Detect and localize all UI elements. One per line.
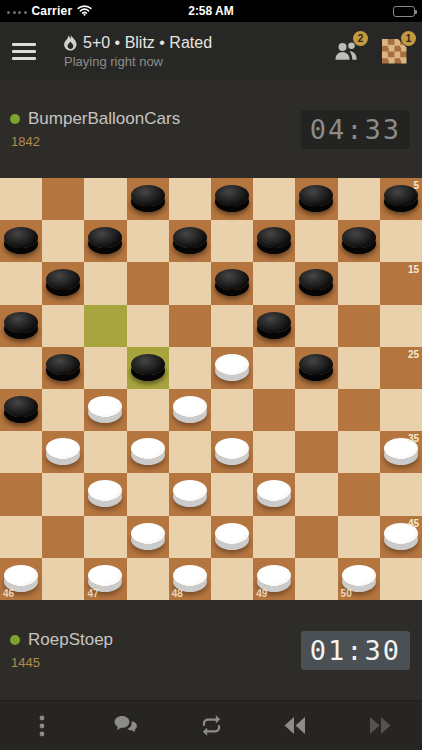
black-man[interactable] xyxy=(342,227,376,248)
game-title: 5+0 • Blitz • Rated xyxy=(83,34,212,52)
light-square xyxy=(211,305,253,347)
online-status-icon xyxy=(10,635,20,645)
games-button[interactable]: 1 xyxy=(378,35,410,67)
forward-button[interactable] xyxy=(338,701,422,750)
square-10[interactable] xyxy=(338,220,380,262)
square-23[interactable] xyxy=(211,347,253,389)
light-square xyxy=(338,516,380,558)
square-50[interactable]: 50 xyxy=(338,558,380,600)
square-48[interactable]: 48 xyxy=(169,558,211,600)
light-square xyxy=(295,473,337,515)
white-man[interactable] xyxy=(46,438,80,459)
black-man[interactable] xyxy=(131,354,165,375)
light-square xyxy=(169,347,211,389)
black-man[interactable] xyxy=(131,185,165,206)
light-square xyxy=(253,516,295,558)
light-square xyxy=(253,431,295,473)
square-26[interactable] xyxy=(0,389,42,431)
square-6[interactable] xyxy=(0,220,42,262)
square-27[interactable] xyxy=(84,389,126,431)
black-man[interactable] xyxy=(257,312,291,333)
white-man[interactable] xyxy=(4,565,38,586)
light-square xyxy=(338,178,380,220)
square-number-label: 5 xyxy=(413,180,419,191)
white-man[interactable] xyxy=(131,438,165,459)
white-man[interactable] xyxy=(173,396,207,417)
square-15[interactable]: 15 xyxy=(380,262,422,304)
light-square xyxy=(42,220,84,262)
chat-button[interactable] xyxy=(84,701,168,750)
game-status-text: Playing right now xyxy=(64,54,314,69)
bottom-player-rating: 1445 xyxy=(11,655,113,670)
cell-signal-icon xyxy=(7,11,27,14)
white-man[interactable] xyxy=(88,396,122,417)
light-square xyxy=(380,558,422,600)
light-square xyxy=(253,178,295,220)
light-square xyxy=(0,347,42,389)
square-8[interactable] xyxy=(169,220,211,262)
light-square xyxy=(42,558,84,600)
light-square xyxy=(84,178,126,220)
light-square xyxy=(0,262,42,304)
square-44[interactable] xyxy=(295,516,337,558)
square-38[interactable] xyxy=(169,473,211,515)
light-square xyxy=(380,220,422,262)
bottom-player-name[interactable]: RoepStoep xyxy=(28,630,113,650)
square-number-label: 35 xyxy=(408,433,419,444)
square-22[interactable] xyxy=(127,347,169,389)
white-man[interactable] xyxy=(173,565,207,586)
top-player-clock: 04:33 xyxy=(301,110,410,149)
square-41[interactable] xyxy=(42,516,84,558)
square-14[interactable] xyxy=(295,262,337,304)
black-man[interactable] xyxy=(4,312,38,333)
wifi-icon xyxy=(77,2,92,20)
square-32[interactable] xyxy=(127,431,169,473)
square-28[interactable] xyxy=(169,389,211,431)
light-square xyxy=(169,516,211,558)
light-square xyxy=(295,305,337,347)
square-11[interactable] xyxy=(42,262,84,304)
blitz-flame-icon xyxy=(64,34,77,51)
square-24[interactable] xyxy=(295,347,337,389)
white-man[interactable] xyxy=(88,480,122,501)
square-36[interactable] xyxy=(0,473,42,515)
square-17[interactable] xyxy=(84,305,126,347)
bottom-toolbar xyxy=(0,700,422,750)
black-man[interactable] xyxy=(4,227,38,248)
white-man[interactable] xyxy=(131,523,165,544)
square-45[interactable]: 45 xyxy=(380,516,422,558)
white-man[interactable] xyxy=(215,438,249,459)
light-square xyxy=(42,389,84,431)
black-man[interactable] xyxy=(257,227,291,248)
square-49[interactable]: 49 xyxy=(253,558,295,600)
square-number-label: 46 xyxy=(3,588,14,599)
bottom-player-info: RoepStoep 1445 xyxy=(10,630,113,670)
light-square xyxy=(42,305,84,347)
square-12[interactable] xyxy=(127,262,169,304)
game-title-block: 5+0 • Blitz • Rated Playing right now xyxy=(64,34,314,69)
light-square xyxy=(0,431,42,473)
square-25[interactable]: 25 xyxy=(380,347,422,389)
square-37[interactable] xyxy=(84,473,126,515)
square-4[interactable] xyxy=(295,178,337,220)
light-square xyxy=(295,220,337,262)
white-man[interactable] xyxy=(215,354,249,375)
black-man[interactable] xyxy=(4,396,38,417)
square-16[interactable] xyxy=(0,305,42,347)
top-player-info: BumperBalloonCars 1842 xyxy=(10,109,180,149)
top-player-row: BumperBalloonCars 1842 04:33 xyxy=(0,80,422,178)
light-square xyxy=(127,473,169,515)
square-number-label: 25 xyxy=(408,349,419,360)
light-square xyxy=(0,516,42,558)
square-number-label: 50 xyxy=(341,588,352,599)
black-man[interactable] xyxy=(215,269,249,290)
square-33[interactable] xyxy=(211,431,253,473)
square-29[interactable] xyxy=(253,389,295,431)
light-square xyxy=(338,347,380,389)
square-number-label: 15 xyxy=(408,264,419,275)
menu-hamburger-button[interactable] xyxy=(12,43,36,60)
light-square xyxy=(380,305,422,347)
light-square xyxy=(42,473,84,515)
square-3[interactable] xyxy=(211,178,253,220)
square-19[interactable] xyxy=(253,305,295,347)
top-player-rating: 1842 xyxy=(11,134,180,149)
light-square xyxy=(127,389,169,431)
square-number-label: 48 xyxy=(172,588,183,599)
light-square xyxy=(295,558,337,600)
black-man[interactable] xyxy=(88,227,122,248)
white-man[interactable] xyxy=(173,480,207,501)
light-square xyxy=(84,347,126,389)
light-square xyxy=(211,389,253,431)
square-20[interactable] xyxy=(338,305,380,347)
rewind-button[interactable] xyxy=(253,701,337,750)
square-34[interactable] xyxy=(295,431,337,473)
black-man[interactable] xyxy=(46,269,80,290)
games-count-badge: 1 xyxy=(401,31,416,46)
square-number-label: 47 xyxy=(87,588,98,599)
square-42[interactable] xyxy=(127,516,169,558)
square-9[interactable] xyxy=(253,220,295,262)
black-man[interactable] xyxy=(299,354,333,375)
light-square xyxy=(0,178,42,220)
flip-board-button[interactable] xyxy=(169,701,253,750)
light-square xyxy=(338,262,380,304)
white-man[interactable] xyxy=(342,565,376,586)
square-21[interactable] xyxy=(42,347,84,389)
light-square xyxy=(169,431,211,473)
white-man[interactable] xyxy=(257,480,291,501)
white-man[interactable] xyxy=(257,565,291,586)
app-screen: Carrier 2:58 AM xyxy=(0,0,422,750)
square-47[interactable]: 47 xyxy=(84,558,126,600)
status-left: Carrier xyxy=(7,2,92,20)
light-square xyxy=(338,431,380,473)
light-square xyxy=(211,220,253,262)
square-46[interactable]: 46 xyxy=(0,558,42,600)
black-man[interactable] xyxy=(299,269,333,290)
light-square xyxy=(127,305,169,347)
status-bar: Carrier 2:58 AM xyxy=(0,0,422,22)
square-number-label: 45 xyxy=(408,518,419,529)
app-header: 5+0 • Blitz • Rated Playing right now 2 … xyxy=(0,22,422,80)
light-square xyxy=(169,178,211,220)
white-man[interactable] xyxy=(88,565,122,586)
square-number-label: 49 xyxy=(256,588,267,599)
light-square xyxy=(127,220,169,262)
light-square xyxy=(295,389,337,431)
top-player-name[interactable]: BumperBalloonCars xyxy=(28,109,180,129)
square-1[interactable] xyxy=(42,178,84,220)
battery-icon xyxy=(393,6,415,17)
light-square xyxy=(380,473,422,515)
square-35[interactable]: 35 xyxy=(380,431,422,473)
light-square xyxy=(84,262,126,304)
light-square xyxy=(127,558,169,600)
square-13[interactable] xyxy=(211,262,253,304)
status-right xyxy=(393,6,415,17)
black-man[interactable] xyxy=(215,185,249,206)
draughts-board: 5152535454647484950 xyxy=(0,178,422,600)
light-square xyxy=(211,558,253,600)
square-39[interactable] xyxy=(253,473,295,515)
light-square xyxy=(84,516,126,558)
square-2[interactable] xyxy=(127,178,169,220)
light-square xyxy=(211,473,253,515)
players-count-badge: 2 xyxy=(353,31,368,46)
square-7[interactable] xyxy=(84,220,126,262)
black-man[interactable] xyxy=(299,185,333,206)
bottom-player-clock: 01:30 xyxy=(301,631,410,670)
carrier-label: Carrier xyxy=(32,4,73,18)
square-5[interactable]: 5 xyxy=(380,178,422,220)
black-man[interactable] xyxy=(46,354,80,375)
black-man[interactable] xyxy=(173,227,207,248)
players-button[interactable]: 2 xyxy=(330,35,362,67)
white-man[interactable] xyxy=(215,523,249,544)
bottom-player-row: RoepStoep 1445 01:30 xyxy=(0,600,422,700)
light-square xyxy=(380,389,422,431)
light-square xyxy=(253,347,295,389)
square-31[interactable] xyxy=(42,431,84,473)
more-options-button[interactable] xyxy=(0,701,84,750)
light-square xyxy=(253,262,295,304)
square-40[interactable] xyxy=(338,473,380,515)
online-status-icon xyxy=(10,114,20,124)
square-43[interactable] xyxy=(211,516,253,558)
square-30[interactable] xyxy=(338,389,380,431)
square-18[interactable] xyxy=(169,305,211,347)
light-square xyxy=(169,262,211,304)
light-square xyxy=(84,431,126,473)
